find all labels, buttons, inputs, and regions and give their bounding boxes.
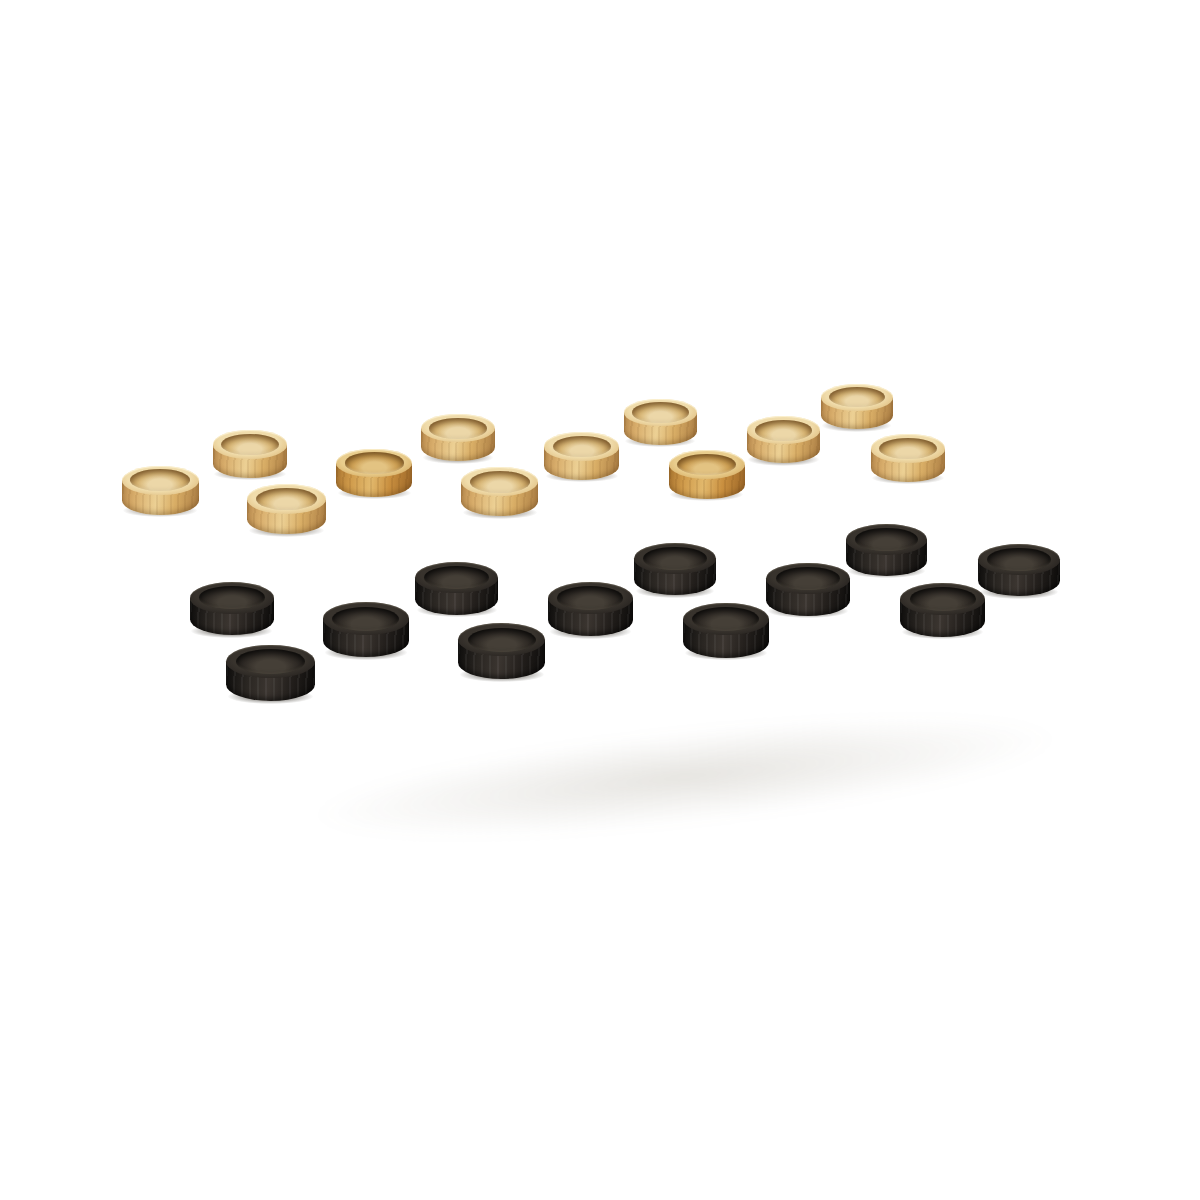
checker-sh <box>123 504 197 517</box>
checker-top <box>978 544 1060 575</box>
checker-body <box>624 412 697 445</box>
checker-top <box>548 582 632 614</box>
checker-top <box>336 449 412 478</box>
square-h6[interactable] <box>165 607 298 649</box>
square-a4[interactable] <box>871 485 998 521</box>
checker-body <box>900 599 984 637</box>
square-c7[interactable] <box>741 588 875 629</box>
checker-black-b8[interactable] <box>900 583 984 639</box>
rank-label-8: 8 <box>1114 608 1133 617</box>
checker-white-c1[interactable] <box>624 399 697 447</box>
checker-black-c7[interactable] <box>766 563 849 618</box>
checker-white-a1[interactable] <box>821 384 893 431</box>
square-e3[interactable] <box>437 491 563 528</box>
rank-label-3: 3 <box>970 466 987 474</box>
square-a3[interactable] <box>846 458 971 493</box>
checker-bowl <box>332 607 399 631</box>
checker-top <box>846 524 927 555</box>
checker-sh <box>550 624 631 638</box>
checker-body <box>336 463 412 497</box>
square-c6[interactable] <box>716 559 848 598</box>
checker-sh <box>417 603 497 617</box>
square-c1[interactable] <box>599 422 721 456</box>
square-e6[interactable] <box>501 577 633 617</box>
square-d8[interactable] <box>658 629 794 672</box>
checker-top <box>122 466 199 495</box>
square-g2[interactable] <box>206 481 331 518</box>
checker-sh <box>228 689 313 704</box>
square-c8[interactable] <box>767 619 903 661</box>
square-h5[interactable] <box>148 576 279 617</box>
square-e2[interactable] <box>417 464 542 500</box>
rank-label-5: 5 <box>1025 520 1043 528</box>
square-h2[interactable] <box>98 489 223 526</box>
checker-body <box>747 430 821 463</box>
checker-sh <box>670 488 743 501</box>
checker-body <box>669 465 745 499</box>
square-g7[interactable] <box>299 628 434 671</box>
rank-label-1: 1 <box>917 414 933 421</box>
board-fold-seam <box>96 507 1043 590</box>
checker-bowl <box>256 488 317 510</box>
checker-body <box>821 397 893 429</box>
checker-bowl <box>130 469 190 491</box>
square-c5[interactable] <box>691 530 821 568</box>
square-c2[interactable] <box>621 448 745 483</box>
checker-bowl <box>345 452 404 473</box>
square-b3[interactable] <box>746 466 872 502</box>
square-e4[interactable] <box>458 519 586 557</box>
square-h7[interactable] <box>183 639 318 683</box>
checker-sh <box>685 646 767 661</box>
square-f1[interactable] <box>294 446 417 481</box>
square-a5[interactable] <box>898 512 1027 549</box>
checker-bowl <box>468 628 536 652</box>
checker-top <box>821 384 893 411</box>
checker-bowl <box>855 528 918 551</box>
checker-bowl <box>424 566 489 589</box>
square-d3[interactable] <box>541 483 667 519</box>
checker-body <box>683 619 769 658</box>
checker-bowl <box>776 567 841 590</box>
checker-bowl <box>429 418 486 439</box>
square-c3[interactable] <box>644 474 770 510</box>
checker-white-g1[interactable] <box>213 430 288 479</box>
checker-black-b6[interactable] <box>846 524 927 577</box>
checker-sh <box>325 645 407 660</box>
checker-body <box>548 598 632 636</box>
square-a7[interactable] <box>953 569 1086 609</box>
checker-black-g7[interactable] <box>323 602 409 659</box>
file-label-d: D <box>534 424 554 432</box>
checker-white-h2[interactable] <box>122 466 199 517</box>
checker-top <box>415 562 498 594</box>
checker-body <box>634 558 716 595</box>
square-g8[interactable] <box>319 660 456 704</box>
checker-sh <box>214 468 286 481</box>
checker-white-d2[interactable] <box>544 432 619 481</box>
checker-body <box>226 662 314 702</box>
checker-bowl <box>557 586 623 610</box>
square-b8[interactable] <box>875 609 1011 650</box>
square-g1[interactable] <box>189 454 312 490</box>
checker-sh <box>822 419 891 431</box>
checker-black-d8[interactable] <box>683 603 769 660</box>
checker-black-f6[interactable] <box>415 562 498 617</box>
square-d2[interactable] <box>520 456 644 491</box>
checker-bowl <box>643 547 707 570</box>
square-a6[interactable] <box>925 540 1056 578</box>
checker-bowl <box>236 649 305 674</box>
square-c4[interactable] <box>667 502 795 539</box>
square-b5[interactable] <box>795 521 924 559</box>
checker-sh <box>460 667 544 682</box>
square-e8[interactable] <box>547 639 684 682</box>
checker-bowl <box>692 607 759 631</box>
box-fold-seam-left <box>78 562 82 613</box>
square-b4[interactable] <box>770 493 898 530</box>
square-h3[interactable] <box>114 518 241 556</box>
square-b2[interactable] <box>722 440 846 475</box>
square-f3[interactable] <box>331 500 458 537</box>
checker-bowl <box>987 548 1051 571</box>
square-g6[interactable] <box>279 597 412 639</box>
checker-top <box>766 563 849 595</box>
checker-sh <box>463 506 537 519</box>
square-d4[interactable] <box>563 510 691 548</box>
square-b7[interactable] <box>848 579 982 619</box>
square-b6[interactable] <box>821 549 952 588</box>
square-g5[interactable] <box>260 567 391 607</box>
playing-area <box>82 407 1116 717</box>
checker-sh <box>546 470 618 483</box>
checker-body <box>544 446 619 480</box>
checker-body <box>846 539 927 575</box>
checker-white-g3[interactable] <box>247 484 325 536</box>
checker-body <box>190 598 274 636</box>
checker-white-f2[interactable] <box>336 449 412 499</box>
square-b1[interactable] <box>698 414 820 448</box>
rank-label-6: 6 <box>1054 549 1072 557</box>
square-a1[interactable] <box>796 407 918 440</box>
checker-bowl <box>553 436 611 457</box>
checker-body <box>461 482 538 517</box>
checker-top <box>461 467 538 496</box>
checker-top <box>458 623 545 656</box>
checker-top <box>669 450 745 479</box>
table-shadow <box>146 656 1200 897</box>
checker-black-h8[interactable] <box>226 645 314 703</box>
checker-sh <box>423 451 494 464</box>
checker-bowl <box>632 402 689 422</box>
checker-white-e3[interactable] <box>461 467 538 518</box>
checker-sh <box>848 564 925 578</box>
checker-black-h6[interactable] <box>190 582 274 638</box>
checker-top <box>624 399 697 427</box>
checker-bowl <box>677 454 736 475</box>
checker-white-c3[interactable] <box>669 450 745 500</box>
checker-black-d6[interactable] <box>634 543 716 597</box>
square-f5[interactable] <box>370 557 501 597</box>
square-f8[interactable] <box>434 650 571 694</box>
checker-body <box>323 619 409 658</box>
checker-top <box>544 432 619 460</box>
file-label-f: F <box>332 440 350 448</box>
checker-top <box>747 416 821 444</box>
checker-sh <box>191 624 272 638</box>
square-f2[interactable] <box>312 472 437 508</box>
checker-sh <box>625 435 695 447</box>
checker-sh <box>636 584 715 598</box>
checker-black-a7[interactable] <box>978 544 1060 598</box>
checker-sh <box>768 604 848 618</box>
square-a2[interactable] <box>821 432 945 466</box>
checker-top <box>213 430 288 458</box>
checker-bowl <box>221 434 279 455</box>
square-a8[interactable] <box>981 599 1116 640</box>
checker-bowl <box>910 587 976 611</box>
square-d6[interactable] <box>609 568 741 608</box>
checker-top <box>871 434 946 462</box>
checker-top <box>421 414 495 442</box>
checker-bowl <box>755 420 813 441</box>
square-e7[interactable] <box>523 608 657 650</box>
checker-bowl <box>879 438 937 459</box>
checker-top <box>323 602 409 635</box>
pieces-layer <box>0 0 1200 1200</box>
file-label-e: E <box>434 432 453 440</box>
checker-body <box>766 578 849 615</box>
square-h4[interactable] <box>131 547 260 587</box>
checker-sh <box>748 453 819 466</box>
square-e5[interactable] <box>479 548 609 587</box>
file-label-c: C <box>634 416 655 424</box>
checker-bowl <box>829 387 885 407</box>
square-g3[interactable] <box>223 509 350 547</box>
checker-body <box>458 640 545 679</box>
checker-white-b2[interactable] <box>747 416 821 465</box>
file-label-a: A <box>829 401 850 408</box>
checker-sh <box>980 585 1059 599</box>
rank-label-4: 4 <box>997 492 1014 500</box>
checker-body <box>247 499 325 534</box>
square-h8[interactable] <box>202 671 340 716</box>
checker-body <box>871 448 946 482</box>
square-e1[interactable] <box>397 438 520 473</box>
square-d1[interactable] <box>499 430 622 464</box>
checker-bowl <box>199 586 265 610</box>
checker-sh <box>338 487 411 500</box>
checker-sh <box>872 472 944 485</box>
square-f7[interactable] <box>412 618 547 660</box>
checkers-set-photo: HGFEDCBA12345678 <box>0 0 1200 1200</box>
checker-body <box>415 578 498 615</box>
checker-top <box>900 583 984 615</box>
square-f4[interactable] <box>350 528 479 567</box>
rank-label-2: 2 <box>943 439 960 446</box>
checker-body <box>213 445 288 479</box>
checker-top <box>190 582 274 614</box>
checker-black-e7[interactable] <box>548 582 632 638</box>
file-label-g: G <box>227 448 248 456</box>
checker-top <box>226 645 314 679</box>
checker-body <box>978 559 1060 596</box>
checker-sh <box>902 625 983 639</box>
square-f6[interactable] <box>391 587 524 628</box>
checker-white-a3[interactable] <box>871 434 946 483</box>
rank-label-7: 7 <box>1083 578 1101 586</box>
checker-top <box>634 543 716 574</box>
square-h1[interactable] <box>82 462 206 498</box>
checker-sh <box>249 524 324 537</box>
checker-body <box>421 428 495 461</box>
square-d7[interactable] <box>633 598 767 639</box>
checker-white-e1[interactable] <box>421 414 495 463</box>
checker-bowl <box>470 471 530 493</box>
square-g4[interactable] <box>241 537 370 576</box>
file-label-h: H <box>121 456 142 464</box>
checker-top <box>683 603 769 636</box>
checker-top <box>247 484 325 514</box>
square-d5[interactable] <box>586 539 716 578</box>
checker-body <box>122 480 199 515</box>
file-label-b: B <box>733 409 752 416</box>
checker-black-f8[interactable] <box>458 623 545 680</box>
